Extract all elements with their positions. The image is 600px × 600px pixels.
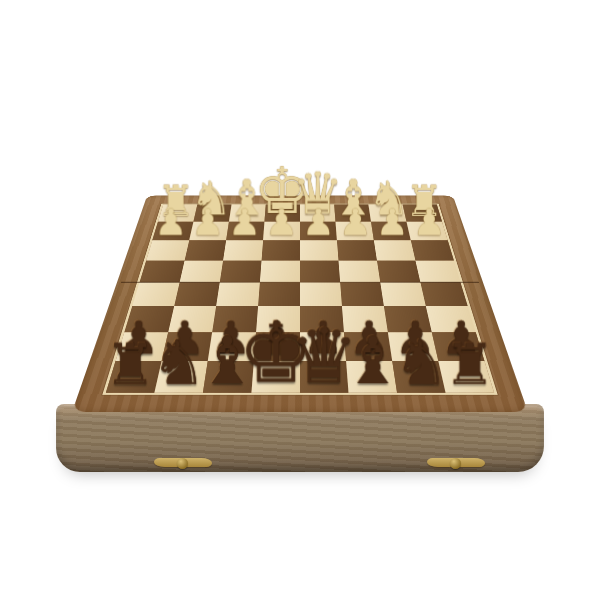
square-d1[interactable]: ♛	[300, 205, 336, 222]
square-d7[interactable]: ♟	[300, 332, 346, 361]
square-c6[interactable]	[342, 306, 388, 332]
square-f5[interactable]	[216, 282, 260, 306]
piece-white-rook: ♜	[405, 181, 443, 222]
square-e7[interactable]: ♟	[254, 332, 300, 361]
fold-seam	[121, 282, 480, 283]
square-e6[interactable]	[256, 306, 300, 332]
square-e4[interactable]	[260, 260, 300, 282]
square-a4[interactable]	[415, 260, 460, 282]
piece-white-bishop: ♝	[224, 174, 269, 221]
square-c5[interactable]	[340, 282, 384, 306]
square-b2[interactable]: ♟	[371, 222, 411, 241]
piece-white-bishop: ♝	[331, 174, 376, 221]
piece-white-rook: ♜	[157, 181, 195, 222]
square-d2[interactable]: ♟	[300, 222, 337, 241]
square-b7[interactable]: ♟	[388, 332, 438, 361]
square-c7[interactable]: ♟	[344, 332, 392, 361]
square-c1[interactable]: ♝	[334, 205, 371, 222]
square-c3[interactable]	[337, 240, 377, 260]
piece-white-knight: ♞	[190, 177, 232, 221]
board-frame: ♜♞♝♚♛♝♞♜♟♟♟♟♟♟♟♟♟♟♟♟♟♟♟♟♜♞♝♚♛♝♞♜	[72, 195, 528, 412]
square-g5[interactable]	[174, 282, 220, 306]
square-b8[interactable]: ♞	[392, 361, 445, 393]
square-g3[interactable]	[185, 240, 227, 260]
square-g1[interactable]: ♞	[193, 205, 231, 222]
square-g2[interactable]: ♟	[189, 222, 229, 241]
square-e8[interactable]: ♚	[251, 361, 300, 393]
square-c4[interactable]	[338, 260, 380, 282]
square-g7[interactable]: ♟	[162, 332, 212, 361]
piece-white-knight: ♞	[368, 177, 410, 221]
square-f7[interactable]: ♟	[208, 332, 256, 361]
square-g8[interactable]: ♞	[154, 361, 207, 393]
square-h5[interactable]	[132, 282, 179, 306]
square-f8[interactable]: ♝	[203, 361, 254, 393]
square-a2[interactable]: ♟	[407, 222, 448, 241]
square-c8[interactable]: ♝	[346, 361, 397, 393]
product-photo: ♜♞♝♚♛♝♞♜♟♟♟♟♟♟♟♟♟♟♟♟♟♟♟♟♜♞♝♚♛♝♞♜	[0, 0, 600, 600]
square-h6[interactable]	[124, 306, 174, 332]
square-d5[interactable]	[300, 282, 342, 306]
square-e3[interactable]	[262, 240, 300, 260]
square-e1[interactable]: ♚	[264, 205, 300, 222]
square-f4[interactable]	[220, 260, 262, 282]
square-d6[interactable]	[300, 306, 344, 332]
square-a7[interactable]: ♟	[432, 332, 485, 361]
square-e2[interactable]: ♟	[263, 222, 300, 241]
square-e5[interactable]	[258, 282, 300, 306]
square-d4[interactable]	[300, 260, 340, 282]
square-h1[interactable]: ♜	[158, 205, 197, 222]
square-h8[interactable]: ♜	[106, 361, 162, 393]
square-h7[interactable]: ♟	[116, 332, 169, 361]
square-b6[interactable]	[384, 306, 432, 332]
square-h3[interactable]	[146, 240, 189, 260]
square-a5[interactable]	[420, 282, 467, 306]
square-a3[interactable]	[411, 240, 454, 260]
square-f6[interactable]	[212, 306, 258, 332]
square-a8[interactable]: ♜	[438, 361, 494, 393]
square-h4[interactable]	[139, 260, 184, 282]
square-d8[interactable]: ♛	[300, 361, 349, 393]
square-a1[interactable]: ♜	[403, 205, 442, 222]
square-f1[interactable]: ♝	[229, 205, 266, 222]
square-h2[interactable]: ♟	[152, 222, 193, 241]
chess-board: ♜♞♝♚♛♝♞♜♟♟♟♟♟♟♟♟♟♟♟♟♟♟♟♟♜♞♝♚♛♝♞♜	[106, 205, 494, 393]
square-g6[interactable]	[168, 306, 216, 332]
square-a6[interactable]	[426, 306, 476, 332]
square-b3[interactable]	[374, 240, 416, 260]
square-b4[interactable]	[377, 260, 420, 282]
square-b5[interactable]	[380, 282, 426, 306]
square-g4[interactable]	[180, 260, 223, 282]
square-f2[interactable]: ♟	[226, 222, 264, 241]
square-c2[interactable]: ♟	[336, 222, 374, 241]
board-scene: ♜♞♝♚♛♝♞♜♟♟♟♟♟♟♟♟♟♟♟♟♟♟♟♟♜♞♝♚♛♝♞♜	[0, 0, 600, 600]
square-d3[interactable]	[300, 240, 338, 260]
square-f3[interactable]	[223, 240, 263, 260]
square-b1[interactable]: ♞	[368, 205, 406, 222]
